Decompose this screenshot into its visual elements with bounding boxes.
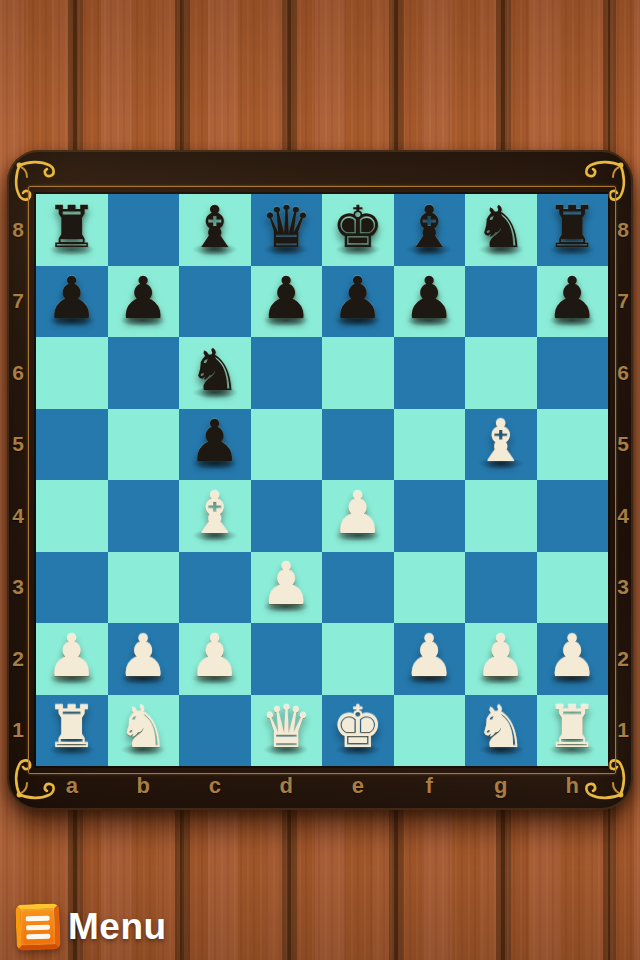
piece-white-pawn[interactable]: ♟: [332, 484, 384, 542]
square-d4[interactable]: [251, 480, 323, 552]
square-b7[interactable]: ♟: [108, 266, 180, 338]
rank-label: 8: [6, 194, 30, 266]
piece-white-rook[interactable]: ♜: [546, 698, 598, 756]
file-label: e: [322, 769, 394, 803]
rank-label: 6: [611, 337, 635, 409]
piece-black-pawn[interactable]: ♟: [117, 269, 169, 327]
square-g3[interactable]: [465, 552, 537, 624]
square-c1[interactable]: [179, 695, 251, 767]
square-c5[interactable]: ♟: [179, 409, 251, 481]
rank-label: 5: [611, 409, 635, 481]
square-f3[interactable]: [394, 552, 466, 624]
square-b6[interactable]: [108, 337, 180, 409]
piece-white-knight[interactable]: ♞: [117, 698, 169, 756]
square-b5[interactable]: [108, 409, 180, 481]
file-label: g: [465, 769, 537, 803]
square-e4[interactable]: ♟: [322, 480, 394, 552]
rank-label: 2: [6, 623, 30, 695]
square-f6[interactable]: [394, 337, 466, 409]
piece-black-bishop[interactable]: ♝: [189, 198, 241, 256]
square-a5[interactable]: [36, 409, 108, 481]
file-label: f: [394, 769, 466, 803]
square-f5[interactable]: [394, 409, 466, 481]
square-f1[interactable]: [394, 695, 466, 767]
square-g1[interactable]: ♞: [465, 695, 537, 767]
square-c7[interactable]: [179, 266, 251, 338]
file-labels-bottom: abcdefgh: [36, 769, 608, 803]
square-c6[interactable]: ♞: [179, 337, 251, 409]
file-label: a: [36, 769, 108, 803]
square-d8[interactable]: ♛: [251, 194, 323, 266]
square-h5[interactable]: [537, 409, 609, 481]
square-g4[interactable]: [465, 480, 537, 552]
rank-label: 4: [611, 480, 635, 552]
piece-black-queen[interactable]: ♛: [260, 198, 312, 256]
rank-label: 2: [611, 623, 635, 695]
piece-white-pawn[interactable]: ♟: [46, 627, 98, 685]
square-d6[interactable]: [251, 337, 323, 409]
square-h6[interactable]: [537, 337, 609, 409]
piece-white-bishop[interactable]: ♝: [475, 412, 527, 470]
piece-white-knight[interactable]: ♞: [475, 698, 527, 756]
rank-label: 1: [6, 695, 30, 767]
square-f7[interactable]: ♟: [394, 266, 466, 338]
square-b4[interactable]: [108, 480, 180, 552]
square-e7[interactable]: ♟: [322, 266, 394, 338]
square-a1[interactable]: ♜: [36, 695, 108, 767]
square-h2[interactable]: ♟: [537, 623, 609, 695]
piece-black-pawn[interactable]: ♟: [546, 269, 598, 327]
square-f4[interactable]: [394, 480, 466, 552]
square-c3[interactable]: [179, 552, 251, 624]
square-e8[interactable]: ♚: [322, 194, 394, 266]
square-c2[interactable]: ♟: [179, 623, 251, 695]
rank-label: 3: [611, 552, 635, 624]
rank-label: 6: [6, 337, 30, 409]
square-g8[interactable]: ♞: [465, 194, 537, 266]
square-h1[interactable]: ♜: [537, 695, 609, 767]
rank-label: 8: [611, 194, 635, 266]
piece-black-knight[interactable]: ♞: [189, 341, 241, 399]
file-label: b: [108, 769, 180, 803]
square-a7[interactable]: ♟: [36, 266, 108, 338]
square-d1[interactable]: ♛: [251, 695, 323, 767]
chessboard[interactable]: ♜♝♛♚♝♞♜♟♟♟♟♟♟♞♟♝♝♟♟♟♟♟♟♟♟♜♞♛♚♞♜: [36, 194, 608, 766]
square-b2[interactable]: ♟: [108, 623, 180, 695]
rank-label: 1: [611, 695, 635, 767]
piece-white-pawn[interactable]: ♟: [475, 627, 527, 685]
piece-black-pawn[interactable]: ♟: [332, 269, 384, 327]
menu-button[interactable]: Menu: [16, 899, 167, 955]
square-e5[interactable]: [322, 409, 394, 481]
square-g6[interactable]: [465, 337, 537, 409]
piece-white-queen[interactable]: ♛: [260, 698, 312, 756]
piece-black-knight[interactable]: ♞: [475, 198, 527, 256]
piece-white-pawn[interactable]: ♟: [260, 555, 312, 613]
hamburger-menu-icon: [15, 903, 61, 951]
square-e3[interactable]: [322, 552, 394, 624]
piece-white-bishop[interactable]: ♝: [189, 484, 241, 542]
square-g5[interactable]: ♝: [465, 409, 537, 481]
piece-white-pawn[interactable]: ♟: [117, 627, 169, 685]
square-a6[interactable]: [36, 337, 108, 409]
square-a3[interactable]: [36, 552, 108, 624]
square-d5[interactable]: [251, 409, 323, 481]
square-c4[interactable]: ♝: [179, 480, 251, 552]
piece-white-pawn[interactable]: ♟: [403, 627, 455, 685]
square-b8[interactable]: [108, 194, 180, 266]
piece-black-pawn[interactable]: ♟: [189, 412, 241, 470]
square-h7[interactable]: ♟: [537, 266, 609, 338]
square-e1[interactable]: ♚: [322, 695, 394, 767]
square-f2[interactable]: ♟: [394, 623, 466, 695]
square-b3[interactable]: [108, 552, 180, 624]
square-c8[interactable]: ♝: [179, 194, 251, 266]
menu-button-label: Menu: [68, 906, 167, 948]
piece-black-rook[interactable]: ♜: [546, 198, 598, 256]
file-label: h: [537, 769, 609, 803]
rank-label: 7: [611, 266, 635, 338]
piece-white-rook[interactable]: ♜: [46, 698, 98, 756]
piece-black-pawn[interactable]: ♟: [260, 269, 312, 327]
square-b1[interactable]: ♞: [108, 695, 180, 767]
piece-white-pawn[interactable]: ♟: [546, 627, 598, 685]
piece-black-pawn[interactable]: ♟: [46, 269, 98, 327]
piece-white-king[interactable]: ♚: [332, 698, 384, 756]
piece-black-rook[interactable]: ♜: [46, 198, 98, 256]
rank-label: 3: [6, 552, 30, 624]
file-label: c: [179, 769, 251, 803]
rank-labels-right: 87654321: [611, 194, 635, 766]
square-g7[interactable]: [465, 266, 537, 338]
square-e6[interactable]: [322, 337, 394, 409]
square-a4[interactable]: [36, 480, 108, 552]
app-screen: 87654321 87654321 abcdefgh ♜♝♛♚♝♞♜♟♟♟♟♟♟…: [0, 0, 640, 960]
file-label: d: [251, 769, 323, 803]
square-f8[interactable]: ♝: [394, 194, 466, 266]
piece-white-pawn[interactable]: ♟: [189, 627, 241, 685]
piece-black-bishop[interactable]: ♝: [403, 198, 455, 256]
piece-black-pawn[interactable]: ♟: [403, 269, 455, 327]
square-a2[interactable]: ♟: [36, 623, 108, 695]
square-h3[interactable]: [537, 552, 609, 624]
rank-label: 4: [6, 480, 30, 552]
square-a8[interactable]: ♜: [36, 194, 108, 266]
rank-label: 5: [6, 409, 30, 481]
piece-black-king[interactable]: ♚: [332, 198, 384, 256]
square-d2[interactable]: [251, 623, 323, 695]
square-d3[interactable]: ♟: [251, 552, 323, 624]
square-d7[interactable]: ♟: [251, 266, 323, 338]
rank-labels-left: 87654321: [6, 194, 30, 766]
square-e2[interactable]: [322, 623, 394, 695]
square-h4[interactable]: [537, 480, 609, 552]
square-g2[interactable]: ♟: [465, 623, 537, 695]
square-h8[interactable]: ♜: [537, 194, 609, 266]
rank-label: 7: [6, 266, 30, 338]
